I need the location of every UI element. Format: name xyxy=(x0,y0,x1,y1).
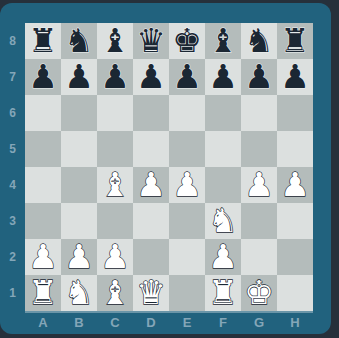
piece-white-rook[interactable]: ♜ xyxy=(28,276,58,309)
square-d5[interactable] xyxy=(133,131,169,167)
file-label-b: B xyxy=(61,311,97,334)
piece-black-pawn[interactable]: ♟ xyxy=(136,60,166,93)
piece-white-pawn[interactable]: ♟ xyxy=(208,240,238,273)
square-g6[interactable] xyxy=(241,95,277,131)
piece-white-pawn[interactable]: ♟ xyxy=(64,240,94,273)
piece-white-pawn[interactable]: ♟ xyxy=(136,168,166,201)
square-b2[interactable]: ♟ xyxy=(61,239,97,275)
square-f8[interactable]: ♝ xyxy=(205,23,241,59)
square-d6[interactable] xyxy=(133,95,169,131)
square-d7[interactable]: ♟ xyxy=(133,59,169,95)
square-c1[interactable]: ♝ xyxy=(97,275,133,311)
piece-black-pawn[interactable]: ♟ xyxy=(100,60,130,93)
piece-white-pawn[interactable]: ♟ xyxy=(28,240,58,273)
file-label-g: G xyxy=(241,311,277,334)
square-d3[interactable] xyxy=(133,203,169,239)
square-g3[interactable] xyxy=(241,203,277,239)
square-b3[interactable] xyxy=(61,203,97,239)
chess-board[interactable]: ♜♞♝♛♚♝♞♜♟♟♟♟♟♟♟♟♝♟♟♟♟♞♟♟♟♟♜♞♝♛♜♚ xyxy=(25,23,313,311)
square-d1[interactable]: ♛ xyxy=(133,275,169,311)
square-b7[interactable]: ♟ xyxy=(61,59,97,95)
square-h6[interactable] xyxy=(277,95,313,131)
square-h2[interactable] xyxy=(277,239,313,275)
square-h8[interactable]: ♜ xyxy=(277,23,313,59)
file-label-h: H xyxy=(277,311,313,334)
rank-label-8: 8 xyxy=(0,23,25,59)
square-c3[interactable] xyxy=(97,203,133,239)
piece-white-bishop[interactable]: ♝ xyxy=(100,168,130,201)
square-a5[interactable] xyxy=(25,131,61,167)
square-c4[interactable]: ♝ xyxy=(97,167,133,203)
square-g8[interactable]: ♞ xyxy=(241,23,277,59)
piece-black-knight[interactable]: ♞ xyxy=(244,24,274,57)
piece-white-bishop[interactable]: ♝ xyxy=(100,276,130,309)
square-f1[interactable]: ♜ xyxy=(205,275,241,311)
square-h1[interactable] xyxy=(277,275,313,311)
file-labels: A B C D E F G H xyxy=(25,311,313,334)
square-a6[interactable] xyxy=(25,95,61,131)
square-f2[interactable]: ♟ xyxy=(205,239,241,275)
square-f7[interactable]: ♟ xyxy=(205,59,241,95)
square-f3[interactable]: ♞ xyxy=(205,203,241,239)
square-g4[interactable]: ♟ xyxy=(241,167,277,203)
piece-black-rook[interactable]: ♜ xyxy=(28,24,58,57)
square-b8[interactable]: ♞ xyxy=(61,23,97,59)
rank-label-4: 4 xyxy=(0,167,25,203)
piece-white-pawn[interactable]: ♟ xyxy=(244,168,274,201)
square-b5[interactable] xyxy=(61,131,97,167)
square-c8[interactable]: ♝ xyxy=(97,23,133,59)
square-c6[interactable] xyxy=(97,95,133,131)
rank-label-7: 7 xyxy=(0,59,25,95)
file-label-f: F xyxy=(205,311,241,334)
piece-white-knight[interactable]: ♞ xyxy=(208,204,238,237)
piece-black-rook[interactable]: ♜ xyxy=(280,24,310,57)
square-a1[interactable]: ♜ xyxy=(25,275,61,311)
square-c2[interactable]: ♟ xyxy=(97,239,133,275)
square-g1[interactable]: ♚ xyxy=(241,275,277,311)
rank-label-2: 2 xyxy=(0,239,25,275)
square-g5[interactable] xyxy=(241,131,277,167)
file-label-c: C xyxy=(97,311,133,334)
piece-black-knight[interactable]: ♞ xyxy=(64,24,94,57)
square-a3[interactable] xyxy=(25,203,61,239)
square-d2[interactable] xyxy=(133,239,169,275)
rank-label-3: 3 xyxy=(0,203,25,239)
rank-label-5: 5 xyxy=(0,131,25,167)
piece-white-pawn[interactable]: ♟ xyxy=(100,240,130,273)
square-a8[interactable]: ♜ xyxy=(25,23,61,59)
piece-black-pawn[interactable]: ♟ xyxy=(28,60,58,93)
square-a2[interactable]: ♟ xyxy=(25,239,61,275)
rank-label-6: 6 xyxy=(0,95,25,131)
piece-black-bishop[interactable]: ♝ xyxy=(208,24,238,57)
square-e4[interactable]: ♟ xyxy=(169,167,205,203)
square-a7[interactable]: ♟ xyxy=(25,59,61,95)
piece-black-pawn[interactable]: ♟ xyxy=(172,60,202,93)
piece-white-rook[interactable]: ♜ xyxy=(208,276,238,309)
square-g2[interactable] xyxy=(241,239,277,275)
square-h5[interactable] xyxy=(277,131,313,167)
piece-white-king[interactable]: ♚ xyxy=(244,276,274,309)
file-label-e: E xyxy=(169,311,205,334)
piece-black-pawn[interactable]: ♟ xyxy=(244,60,274,93)
square-e1[interactable] xyxy=(169,275,205,311)
piece-black-king[interactable]: ♚ xyxy=(172,24,202,57)
square-c7[interactable]: ♟ xyxy=(97,59,133,95)
piece-black-pawn[interactable]: ♟ xyxy=(280,60,310,93)
rank-label-1: 1 xyxy=(0,275,25,311)
square-b4[interactable] xyxy=(61,167,97,203)
square-e7[interactable]: ♟ xyxy=(169,59,205,95)
piece-black-bishop[interactable]: ♝ xyxy=(100,24,130,57)
square-d8[interactable]: ♛ xyxy=(133,23,169,59)
square-e8[interactable]: ♚ xyxy=(169,23,205,59)
piece-black-pawn[interactable]: ♟ xyxy=(64,60,94,93)
piece-white-knight[interactable]: ♞ xyxy=(64,276,94,309)
square-e6[interactable] xyxy=(169,95,205,131)
square-e2[interactable] xyxy=(169,239,205,275)
piece-white-pawn[interactable]: ♟ xyxy=(280,168,310,201)
square-h4[interactable]: ♟ xyxy=(277,167,313,203)
piece-black-pawn[interactable]: ♟ xyxy=(208,60,238,93)
square-g7[interactable]: ♟ xyxy=(241,59,277,95)
square-h3[interactable] xyxy=(277,203,313,239)
rank-labels: 8 7 6 5 4 3 2 1 xyxy=(0,23,25,311)
board-panel: 8 7 6 5 4 3 2 1 ♜♞♝♛♚♝♞♜♟♟♟♟♟♟♟♟♝♟♟♟♟♞♟♟… xyxy=(0,3,331,334)
square-c5[interactable] xyxy=(97,131,133,167)
piece-white-queen[interactable]: ♛ xyxy=(136,276,166,309)
file-label-a: A xyxy=(25,311,61,334)
piece-white-pawn[interactable]: ♟ xyxy=(172,168,202,201)
square-f4[interactable] xyxy=(205,167,241,203)
square-b6[interactable] xyxy=(61,95,97,131)
file-label-d: D xyxy=(133,311,169,334)
square-d4[interactable]: ♟ xyxy=(133,167,169,203)
square-f5[interactable] xyxy=(205,131,241,167)
square-h7[interactable]: ♟ xyxy=(277,59,313,95)
square-e5[interactable] xyxy=(169,131,205,167)
square-a4[interactable] xyxy=(25,167,61,203)
piece-black-queen[interactable]: ♛ xyxy=(136,24,166,57)
square-b1[interactable]: ♞ xyxy=(61,275,97,311)
square-f6[interactable] xyxy=(205,95,241,131)
square-e3[interactable] xyxy=(169,203,205,239)
